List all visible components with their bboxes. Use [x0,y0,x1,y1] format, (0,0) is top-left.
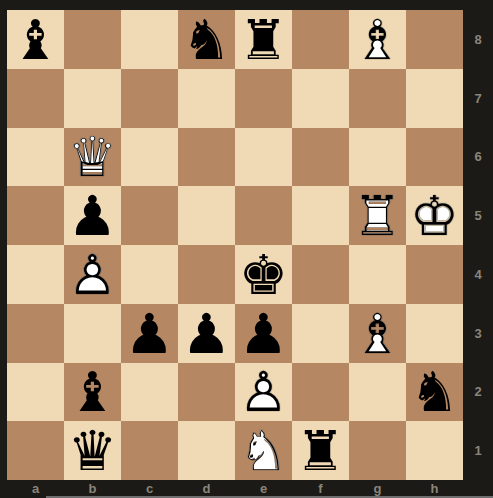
piece-glyph-outline: ♙ [235,364,292,423]
rank-label-3: 3 [463,304,493,363]
square-f5[interactable] [292,186,349,245]
piece-black-rook[interactable]: ♜ [292,421,349,480]
piece-glyph-solid: ♜ [235,11,292,70]
square-h3[interactable] [406,304,463,363]
square-c4[interactable] [121,245,178,304]
square-b3[interactable] [64,304,121,363]
piece-white-pawn[interactable]: ♟♙ [235,363,292,422]
file-label-e: e [235,480,292,497]
rank-label-1: 1 [463,421,493,480]
square-d2[interactable] [178,363,235,422]
piece-black-knight[interactable]: ♞ [178,10,235,69]
piece-glyph-outline: ♖ [349,187,406,246]
square-f6[interactable] [292,128,349,187]
square-f7[interactable] [292,69,349,128]
square-g1[interactable] [349,421,406,480]
square-h6[interactable] [406,128,463,187]
rank-label-5: 5 [463,186,493,245]
square-d8[interactable]: ♞ [178,10,235,69]
piece-white-queen[interactable]: ♛♕ [64,128,121,187]
piece-black-rook[interactable]: ♜ [235,10,292,69]
square-f2[interactable] [292,363,349,422]
piece-glyph-solid: ♞ [178,11,235,70]
piece-glyph-solid: ♟ [121,305,178,364]
square-c6[interactable] [121,128,178,187]
square-a2[interactable] [7,363,64,422]
square-e8[interactable]: ♜ [235,10,292,69]
file-label-a: a [7,480,64,497]
square-a7[interactable] [7,69,64,128]
square-h4[interactable] [406,245,463,304]
piece-white-pawn[interactable]: ♟♙ [64,245,121,304]
square-h7[interactable] [406,69,463,128]
square-g2[interactable] [349,363,406,422]
square-a3[interactable] [7,304,64,363]
piece-glyph-outline: ♙ [64,246,121,305]
square-b2[interactable]: ♝ [64,363,121,422]
square-c5[interactable] [121,186,178,245]
file-label-g: g [349,480,406,497]
square-d1[interactable] [178,421,235,480]
square-a5[interactable] [7,186,64,245]
piece-glyph-outline: ♘ [235,422,292,481]
square-f3[interactable] [292,304,349,363]
piece-glyph-outline: ♔ [406,187,463,246]
file-label-d: d [178,480,235,497]
square-b7[interactable] [64,69,121,128]
rank-label-6: 6 [463,128,493,187]
square-g8[interactable]: ♝♗ [349,10,406,69]
square-e7[interactable] [235,69,292,128]
piece-black-king[interactable]: ♚ [235,245,292,304]
piece-black-pawn[interactable]: ♟ [64,186,121,245]
square-c3[interactable]: ♟ [121,304,178,363]
file-labels: abcdefgh [7,480,463,497]
square-e3[interactable]: ♟ [235,304,292,363]
square-g4[interactable] [349,245,406,304]
square-a4[interactable] [7,245,64,304]
piece-glyph-outline: ♗ [349,305,406,364]
file-label-f: f [292,480,349,497]
square-d7[interactable] [178,69,235,128]
square-h2[interactable]: ♞ [406,363,463,422]
piece-glyph-solid: ♝ [64,364,121,423]
piece-white-king[interactable]: ♚♔ [406,186,463,245]
square-b8[interactable] [64,10,121,69]
rank-label-7: 7 [463,69,493,128]
square-e1[interactable]: ♞♘ [235,421,292,480]
square-d3[interactable]: ♟ [178,304,235,363]
piece-glyph-solid: ♟ [178,305,235,364]
piece-white-knight[interactable]: ♞♘ [235,421,292,480]
square-a6[interactable] [7,128,64,187]
rank-labels: 87654321 [463,10,493,480]
square-d4[interactable] [178,245,235,304]
piece-black-pawn[interactable]: ♟ [235,304,292,363]
square-f4[interactable] [292,245,349,304]
rank-label-2: 2 [463,363,493,422]
square-d5[interactable] [178,186,235,245]
square-h8[interactable] [406,10,463,69]
square-c2[interactable] [121,363,178,422]
square-g5[interactable]: ♜♖ [349,186,406,245]
piece-glyph-solid: ♞ [406,364,463,423]
piece-white-bishop[interactable]: ♝♗ [349,10,406,69]
piece-glyph-solid: ♚ [235,246,292,305]
rank-label-8: 8 [463,10,493,69]
piece-black-knight[interactable]: ♞ [406,363,463,422]
file-label-c: c [121,480,178,497]
rank-label-4: 4 [463,245,493,304]
square-h5[interactable]: ♚♔ [406,186,463,245]
square-b1[interactable]: ♛ [64,421,121,480]
file-label-h: h [406,480,463,497]
piece-glyph-solid: ♛ [64,422,121,481]
piece-glyph-outline: ♕ [64,129,121,188]
square-g7[interactable] [349,69,406,128]
square-e2[interactable]: ♟♙ [235,363,292,422]
square-e5[interactable] [235,186,292,245]
piece-glyph-solid: ♟ [235,305,292,364]
square-c7[interactable] [121,69,178,128]
piece-glyph-solid: ♜ [292,422,349,481]
piece-white-rook[interactable]: ♜♖ [349,186,406,245]
chess-board-screen: ♝♞♜♝♗♛♕♟♜♖♚♔♟♙♚♟♟♟♝♗♝♟♙♞♛♞♘♜ 87654321 ab… [0,0,493,498]
square-b4[interactable]: ♟♙ [64,245,121,304]
square-e4[interactable]: ♚ [235,245,292,304]
piece-white-bishop[interactable]: ♝♗ [349,304,406,363]
square-f8[interactable] [292,10,349,69]
square-b6[interactable]: ♛♕ [64,128,121,187]
piece-black-queen[interactable]: ♛ [64,421,121,480]
square-d6[interactable] [178,128,235,187]
piece-glyph-outline: ♗ [349,11,406,70]
chess-board: ♝♞♜♝♗♛♕♟♜♖♚♔♟♙♚♟♟♟♝♗♝♟♙♞♛♞♘♜ [7,10,463,480]
piece-glyph-solid: ♟ [64,187,121,246]
piece-glyph-solid: ♝ [7,11,64,70]
square-e6[interactable] [235,128,292,187]
square-g3[interactable]: ♝♗ [349,304,406,363]
square-c1[interactable] [121,421,178,480]
square-h1[interactable] [406,421,463,480]
square-c8[interactable] [121,10,178,69]
square-b5[interactable]: ♟ [64,186,121,245]
piece-black-bishop[interactable]: ♝ [64,363,121,422]
piece-black-bishop[interactable]: ♝ [7,10,64,69]
square-f1[interactable]: ♜ [292,421,349,480]
piece-black-pawn[interactable]: ♟ [178,304,235,363]
file-label-b: b [64,480,121,497]
square-a1[interactable] [7,421,64,480]
piece-black-pawn[interactable]: ♟ [121,304,178,363]
square-a8[interactable]: ♝ [7,10,64,69]
square-g6[interactable] [349,128,406,187]
